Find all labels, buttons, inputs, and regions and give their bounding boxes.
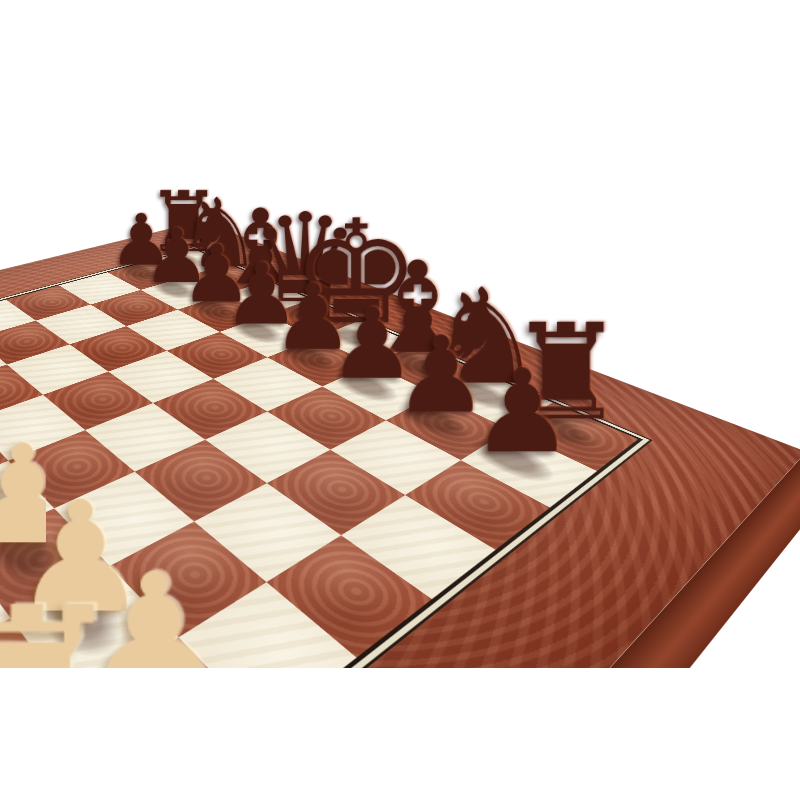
bottom-crop-mask [0, 668, 800, 800]
black-pawn-glyph: ♟ [384, 354, 661, 469]
chess-set-photo: ♜♞♝♛♚♝♞♜♟♟♟♟♟♟♟♟♟♟♟♟♟♟♟♟♜♞♝♛♚♝♞♜ [0, 0, 800, 800]
